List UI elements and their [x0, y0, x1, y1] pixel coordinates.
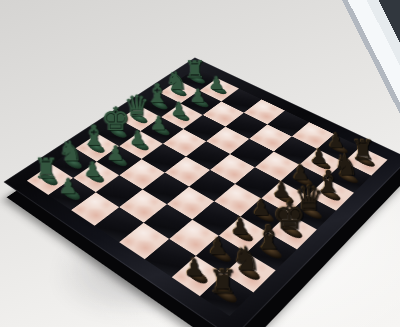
- piece-green-pawn-e2[interactable]: ♟: [122, 128, 153, 147]
- square-h2[interactable]: ♟: [48, 178, 95, 210]
- square-e1[interactable]: ♚: [98, 119, 141, 146]
- square-d2[interactable]: ♟: [141, 117, 184, 144]
- square-d3[interactable]: [163, 129, 206, 157]
- piece-bronze-rook-h8[interactable]: ♜: [204, 266, 242, 298]
- piece-base: [209, 84, 230, 95]
- piece-base: [187, 74, 207, 85]
- piece-base: [108, 154, 130, 168]
- square-c3[interactable]: [183, 115, 225, 141]
- piece-green-king-e1[interactable]: ♚: [101, 103, 131, 135]
- piece-base: [190, 97, 211, 109]
- piece-green-pawn-c2[interactable]: ♟: [164, 100, 194, 118]
- piece-base: [171, 110, 192, 122]
- square-c4[interactable]: [206, 127, 249, 154]
- piece-base: [169, 86, 189, 97]
- piece-green-queen-d1[interactable]: ♛: [122, 92, 152, 121]
- piece-base: [108, 126, 129, 139]
- square-d4[interactable]: [186, 141, 230, 170]
- square-e2[interactable]: ♟: [119, 131, 163, 159]
- square-c2[interactable]: ♟: [161, 104, 203, 129]
- piece-base: [86, 141, 108, 155]
- piece-green-pawn-h2[interactable]: ♟: [52, 176, 85, 197]
- photo-scene: ♜♟♟♜♞♟♟♞♝♟♟♝♛♟♟♛♚♟♟♚♝♟♟♝♞♟♟♞♜♟♟♜: [0, 0, 400, 327]
- piece-green-bishop-c1[interactable]: ♝: [143, 81, 172, 107]
- square-a4[interactable]: [244, 99, 285, 124]
- square-a1[interactable]: ♜: [178, 68, 217, 90]
- piece-base: [129, 112, 150, 124]
- piece-base: [151, 124, 173, 137]
- square-b3[interactable]: [203, 101, 244, 126]
- square-b4[interactable]: [225, 113, 267, 139]
- square-a3[interactable]: [221, 89, 261, 113]
- piece-green-bishop-f1[interactable]: ♝: [78, 122, 109, 150]
- piece-base: [130, 139, 152, 152]
- board-perspective-wrapper: ♜♟♟♜♞♟♟♞♝♟♟♝♛♟♟♛♚♟♟♚♝♟♟♝♞♟♟♞♜♟♟♜: [0, 0, 400, 327]
- square-c1[interactable]: ♝: [140, 93, 181, 117]
- square-b5[interactable]: [249, 124, 292, 151]
- square-a6[interactable]: [292, 122, 334, 149]
- chess-board: ♜♟♟♜♞♟♟♞♝♟♟♝♛♟♟♛♚♟♟♚♝♟♟♝♞♟♟♞♜♟♟♜: [4, 58, 400, 327]
- piece-green-pawn-a2[interactable]: ♟: [202, 74, 230, 92]
- square-a2[interactable]: ♟: [199, 78, 239, 101]
- piece-green-pawn-b2[interactable]: ♟: [183, 87, 212, 105]
- piece-green-rook-a1[interactable]: ♜: [181, 58, 209, 81]
- piece-green-knight-b1[interactable]: ♞: [162, 69, 190, 94]
- square-a5[interactable]: [267, 111, 309, 137]
- square-d1[interactable]: ♛: [119, 106, 161, 132]
- piece-green-pawn-d2[interactable]: ♟: [144, 114, 174, 133]
- square-c5[interactable]: [230, 139, 274, 167]
- square-b2[interactable]: ♟: [181, 91, 222, 115]
- square-b1[interactable]: ♞: [159, 80, 199, 103]
- piece-base: [149, 99, 170, 111]
- square-e3[interactable]: [141, 144, 185, 173]
